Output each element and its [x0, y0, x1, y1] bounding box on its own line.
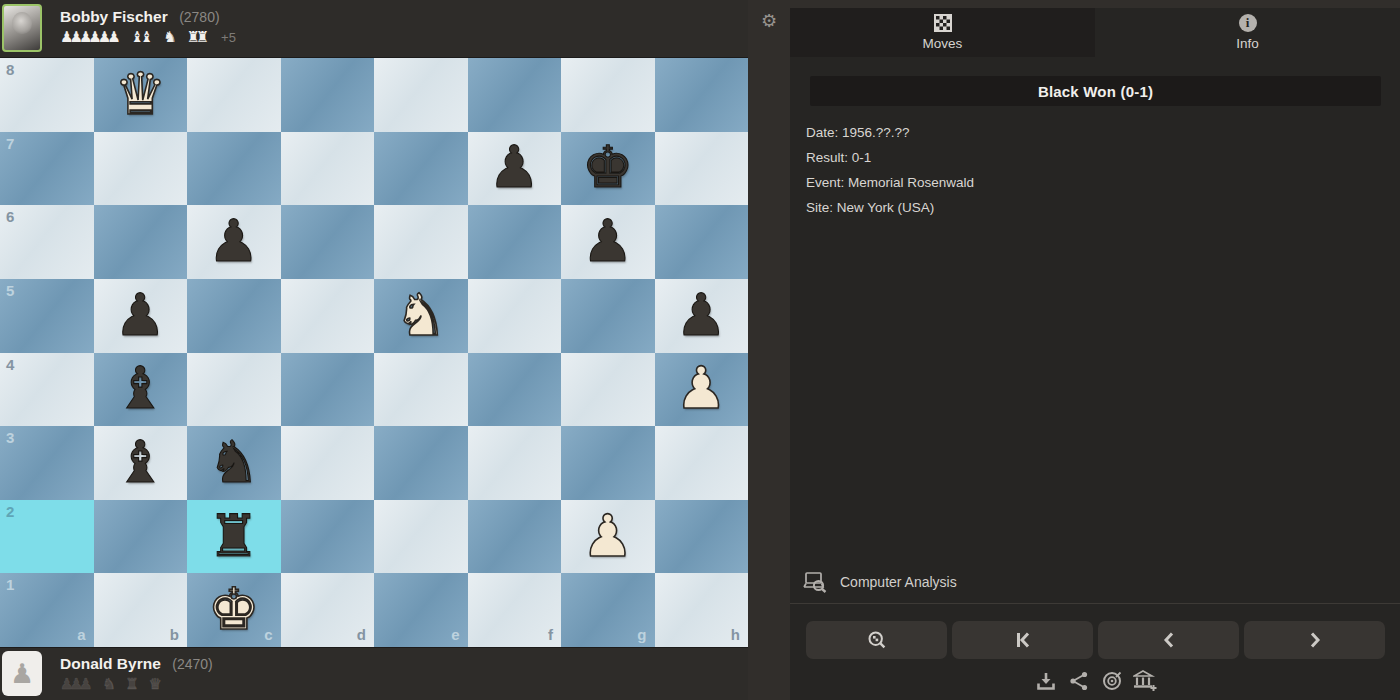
square-f7[interactable]: ♟ — [468, 132, 562, 206]
material-advantage: +5 — [221, 30, 236, 45]
captured-rook-icon: ♜ — [125, 675, 134, 693]
square-a2[interactable]: 2 — [0, 500, 94, 574]
square-c7[interactable] — [187, 132, 281, 206]
meta-site: Site: New York (USA) — [806, 195, 1400, 220]
black-king-g7: ♚ — [561, 132, 655, 206]
avatar-donald-byrne: ♟ — [2, 651, 42, 696]
rank-label-1: 1 — [6, 577, 14, 592]
player-bar-black: Bobby Fischer (2780) ♟♟♟♟♟♟ ♝♝ ♞ ♜♜ +5 — [0, 0, 748, 57]
square-g5[interactable] — [561, 279, 655, 353]
square-h4[interactable]: ♟ — [655, 353, 749, 427]
rank-label-8: 8 — [6, 62, 14, 77]
square-b3[interactable]: ♝ — [94, 426, 188, 500]
square-f4[interactable] — [468, 353, 562, 427]
black-pawn-b5: ♟ — [94, 279, 188, 353]
black-pawn-f7: ♟ — [468, 132, 562, 206]
square-c8[interactable] — [187, 58, 281, 132]
square-h1[interactable]: h — [655, 573, 749, 647]
white-pawn-g2: ♟ — [561, 500, 655, 574]
captured-rooks-icon: ♜♜ — [186, 28, 205, 46]
chess-viewer-app: Bobby Fischer (2780) ♟♟♟♟♟♟ ♝♝ ♞ ♜♜ +5 8… — [0, 0, 1400, 700]
info-panel: Black Won (0-1) Date: 1956.??.?? Result:… — [790, 57, 1400, 603]
laptop-magnifier-icon — [802, 570, 830, 594]
square-c2[interactable]: ♜ — [187, 500, 281, 574]
player-bar-white: ♟ Donald Byrne (2470) ♟♟♟ ♞ ♜ ♛ — [0, 648, 748, 700]
black-bishop-b3: ♝ — [94, 426, 188, 500]
chevron-left-icon — [1160, 631, 1178, 649]
result-banner: Black Won (0-1) — [810, 76, 1381, 106]
rank-label-4: 4 — [6, 357, 14, 372]
white-knight-e5: ♞ — [374, 279, 468, 353]
black-pawn-g6: ♟ — [561, 205, 655, 279]
white-queen-b8: ♛ — [94, 58, 188, 132]
square-f5[interactable] — [468, 279, 562, 353]
square-g8[interactable] — [561, 58, 655, 132]
file-label-h: h — [731, 627, 740, 642]
square-b7[interactable] — [94, 132, 188, 206]
square-a8[interactable]: 8 — [0, 58, 94, 132]
square-g6[interactable]: ♟ — [561, 205, 655, 279]
square-b6[interactable] — [94, 205, 188, 279]
white-pawn-h4: ♟ — [655, 353, 749, 427]
square-c4[interactable] — [187, 353, 281, 427]
target-icon — [1101, 670, 1123, 692]
meta-event: Event: Memorial Rosenwald — [806, 170, 1400, 195]
square-d8[interactable] — [281, 58, 375, 132]
square-b1[interactable]: b — [94, 573, 188, 647]
file-label-e: e — [451, 627, 459, 642]
board-panel-gutter: ⚙ — [748, 0, 790, 700]
computer-analysis-link[interactable]: Computer Analysis — [802, 570, 957, 594]
square-e3[interactable] — [374, 426, 468, 500]
captured-pawns-icon: ♟♟♟ — [60, 675, 88, 693]
captured-pieces-bottom: ♟♟♟ ♞ ♜ ♛ — [60, 674, 167, 694]
square-h6[interactable] — [655, 205, 749, 279]
rank-label-7: 7 — [6, 136, 14, 151]
previous-move-button[interactable] — [1098, 621, 1239, 659]
square-g1[interactable]: g — [561, 573, 655, 647]
square-g3[interactable] — [561, 426, 655, 500]
white-king-c1: ♚ — [187, 573, 281, 647]
square-b2[interactable] — [94, 500, 188, 574]
control-bar — [790, 603, 1400, 700]
square-b4[interactable]: ♝ — [94, 353, 188, 427]
checkerboard-icon — [934, 14, 952, 32]
rank-label-5: 5 — [6, 283, 14, 298]
black-pawn-c6: ♟ — [187, 205, 281, 279]
square-b8[interactable]: ♛ — [94, 58, 188, 132]
file-label-b: b — [170, 627, 179, 642]
black-knight-c3: ♞ — [187, 426, 281, 500]
chess-board: 8♛7♟♚6♟♟5♟♞♟4♝♟3♝♞2♜♟1abc♚defgh — [0, 57, 748, 648]
square-h5[interactable]: ♟ — [655, 279, 749, 353]
tab-bar: Moves i Info — [790, 8, 1400, 57]
square-a6[interactable]: 6 — [0, 205, 94, 279]
skip-to-start-icon — [1013, 631, 1033, 649]
computer-analysis-label: Computer Analysis — [840, 574, 957, 590]
player-rating-bottom: (2470) — [172, 656, 212, 672]
square-a1[interactable]: 1a — [0, 573, 94, 647]
square-f1[interactable]: f — [468, 573, 562, 647]
chevron-right-icon — [1306, 631, 1324, 649]
square-g2[interactable]: ♟ — [561, 500, 655, 574]
panel-top-strip — [790, 0, 1400, 8]
player-name-top: Bobby Fischer — [60, 8, 168, 25]
captured-queen-icon: ♛ — [149, 675, 158, 693]
square-h3[interactable] — [655, 426, 749, 500]
square-d3[interactable] — [281, 426, 375, 500]
tab-moves-label: Moves — [923, 36, 963, 51]
square-b5[interactable]: ♟ — [94, 279, 188, 353]
square-c5[interactable] — [187, 279, 281, 353]
bank-plus-icon — [1133, 670, 1157, 692]
side-panel: Moves i Info Black Won (0-1) Date: 1956.… — [790, 0, 1400, 700]
square-c1[interactable]: c♚ — [187, 573, 281, 647]
square-f2[interactable] — [468, 500, 562, 574]
square-d5[interactable] — [281, 279, 375, 353]
rank-label-2: 2 — [6, 504, 14, 519]
square-a7[interactable]: 7 — [0, 132, 94, 206]
tab-info[interactable]: i Info — [1095, 8, 1400, 57]
tab-moves[interactable]: Moves — [790, 8, 1095, 57]
black-bishop-b4: ♝ — [94, 353, 188, 427]
black-pawn-h5: ♟ — [655, 279, 749, 353]
settings-gear-icon[interactable]: ⚙ — [761, 10, 777, 31]
square-d2[interactable] — [281, 500, 375, 574]
square-h2[interactable] — [655, 500, 749, 574]
result-text: Black Won (0-1) — [1038, 83, 1153, 100]
black-rook-c2: ♜ — [187, 500, 281, 574]
square-e8[interactable] — [374, 58, 468, 132]
square-e4[interactable] — [374, 353, 468, 427]
share-icon — [1068, 670, 1090, 692]
download-icon — [1035, 670, 1057, 692]
next-move-button[interactable] — [1244, 621, 1385, 659]
captured-pawns-icon: ♟♟♟♟♟♟ — [60, 28, 117, 46]
analysis-board-button[interactable] — [806, 621, 947, 659]
target-button[interactable] — [1100, 669, 1124, 693]
square-e2[interactable] — [374, 500, 468, 574]
file-label-a: a — [77, 627, 85, 642]
square-g7[interactable]: ♚ — [561, 132, 655, 206]
avatar-bobby-fischer — [2, 4, 42, 52]
square-c6[interactable]: ♟ — [187, 205, 281, 279]
file-label-g: g — [637, 627, 646, 642]
tab-info-label: Info — [1236, 36, 1259, 51]
rank-label-3: 3 — [6, 430, 14, 445]
square-d1[interactable]: d — [281, 573, 375, 647]
meta-result: Result: 0-1 — [806, 145, 1400, 170]
captured-bishops-icon: ♝♝ — [130, 28, 149, 46]
board-column: Bobby Fischer (2780) ♟♟♟♟♟♟ ♝♝ ♞ ♜♜ +5 8… — [0, 0, 748, 700]
square-f3[interactable] — [468, 426, 562, 500]
player-name-bottom: Donald Byrne — [60, 655, 161, 672]
square-d6[interactable] — [281, 205, 375, 279]
rank-label-6: 6 — [6, 209, 14, 224]
square-h8[interactable] — [655, 58, 749, 132]
share-button[interactable] — [1067, 669, 1091, 693]
square-d4[interactable] — [281, 353, 375, 427]
meta-date: Date: 1956.??.?? — [806, 120, 1400, 145]
square-a5[interactable]: 5 — [0, 279, 94, 353]
download-button[interactable] — [1034, 669, 1058, 693]
captured-knight-icon: ♞ — [102, 675, 111, 693]
square-f6[interactable] — [468, 205, 562, 279]
square-c3[interactable]: ♞ — [187, 426, 281, 500]
square-a3[interactable]: 3 — [0, 426, 94, 500]
game-metadata: Date: 1956.??.?? Result: 0-1 Event: Memo… — [806, 120, 1400, 220]
magnifier-board-icon — [867, 630, 887, 650]
file-label-f: f — [548, 627, 553, 642]
file-label-d: d — [357, 627, 366, 642]
square-e6[interactable] — [374, 205, 468, 279]
square-h7[interactable] — [655, 132, 749, 206]
captured-pieces-top: ♟♟♟♟♟♟ ♝♝ ♞ ♜♜ +5 — [60, 27, 236, 48]
first-move-button[interactable] — [952, 621, 1093, 659]
square-e7[interactable] — [374, 132, 468, 206]
collection-add-button[interactable] — [1133, 669, 1157, 693]
captured-knight-icon: ♞ — [163, 28, 172, 46]
square-e5[interactable]: ♞ — [374, 279, 468, 353]
info-circle-icon: i — [1239, 14, 1257, 32]
default-avatar-pawn-icon: ♟ — [10, 660, 34, 687]
square-a4[interactable]: 4 — [0, 353, 94, 427]
square-g4[interactable] — [561, 353, 655, 427]
move-navigation — [806, 621, 1385, 659]
utility-icons — [806, 669, 1385, 693]
square-f8[interactable] — [468, 58, 562, 132]
player-rating-top: (2780) — [179, 9, 219, 25]
square-d7[interactable] — [281, 132, 375, 206]
square-e1[interactable]: e — [374, 573, 468, 647]
